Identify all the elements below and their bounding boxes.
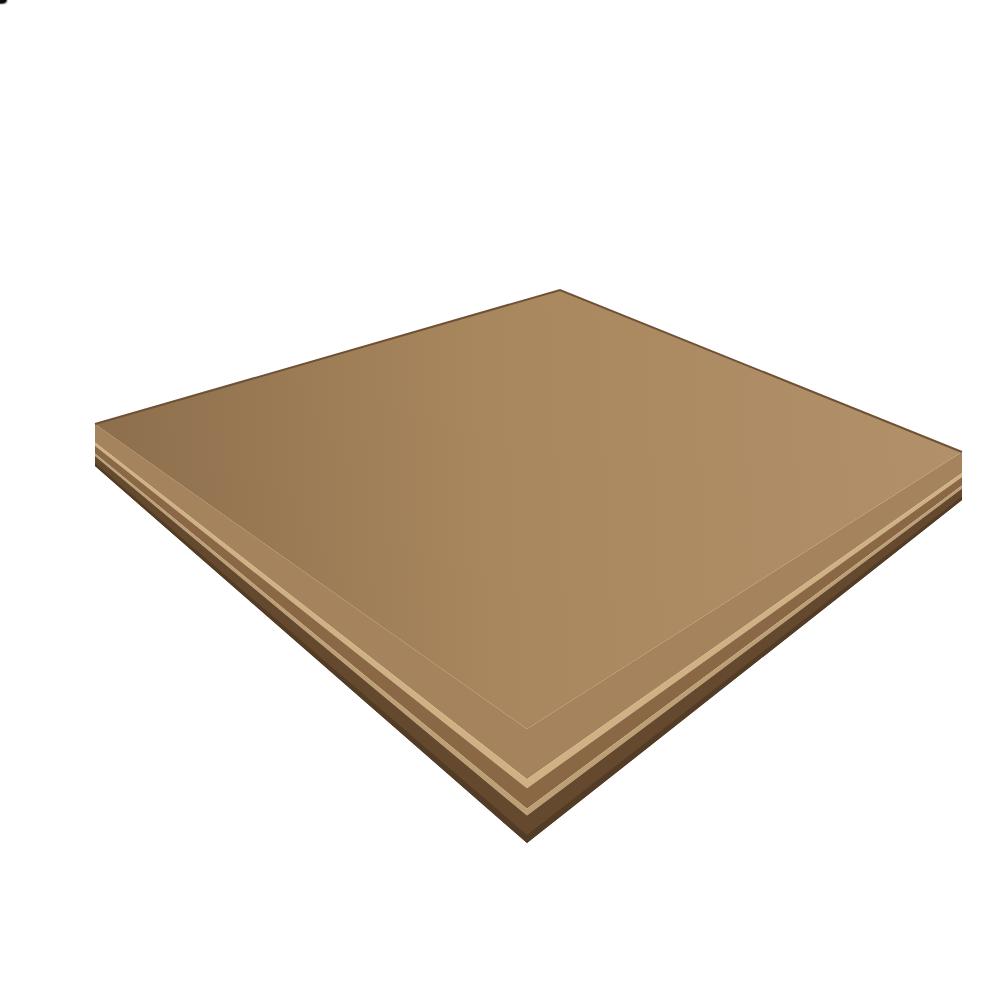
chessboard-scene: ♜♞♝♛♚♝♞♜♟♟♟♟♟♟♟♟♟♟♟♟♟♟♟♟♜♞♝♛♚♝♞♜ bbox=[0, 0, 1000, 1000]
pieces-layer: ♜♞♝♛♚♝♞♜♟♟♟♟♟♟♟♟♟♟♟♟♟♟♟♟♜♞♝♛♚♝♞♜ bbox=[0, 0, 1000, 1000]
